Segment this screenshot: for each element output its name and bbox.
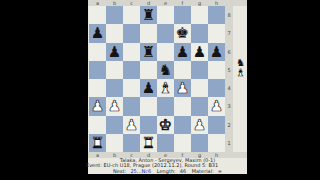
- game-info-footer: Talaka, Anton - Sergeyev, Maxim (0-1) Ev…: [88, 158, 247, 174]
- square-h1[interactable]: [208, 134, 225, 152]
- material-tray: ♞ ♝: [234, 58, 247, 78]
- white-p-piece: ♟: [174, 79, 191, 97]
- square-f7[interactable]: ♚: [174, 24, 191, 42]
- chess-board[interactable]: ♜♟♚♟♜♟♟♟♞♟♝♟♟♟♟♟♚♟♜♜: [89, 6, 225, 152]
- black-r-piece: ♜: [140, 43, 157, 61]
- square-d3[interactable]: [140, 97, 157, 115]
- rank-label-2: 2: [225, 116, 233, 134]
- square-c6[interactable]: [123, 43, 140, 61]
- square-f4[interactable]: ♟: [174, 79, 191, 97]
- square-d6[interactable]: ♜: [140, 43, 157, 61]
- white-bishop-icon: ♝: [234, 68, 247, 78]
- white-r-piece: ♜: [89, 134, 106, 152]
- square-g7[interactable]: [191, 24, 208, 42]
- square-c2[interactable]: ♟: [123, 116, 140, 134]
- next-label: Next:: [113, 169, 126, 174]
- square-g3[interactable]: [191, 97, 208, 115]
- square-b5[interactable]: [106, 61, 123, 79]
- rank-label-7: 7: [225, 24, 233, 42]
- square-e5[interactable]: ♞: [157, 61, 174, 79]
- square-b7[interactable]: [106, 24, 123, 42]
- white-k-piece: ♚: [157, 116, 174, 134]
- square-h2[interactable]: [208, 116, 225, 134]
- square-c1[interactable]: [123, 134, 140, 152]
- square-h3[interactable]: ♟: [208, 97, 225, 115]
- white-p-piece: ♟: [123, 116, 140, 134]
- rank-label-5: 5: [225, 61, 233, 79]
- square-d5[interactable]: [140, 61, 157, 79]
- square-f8[interactable]: [174, 6, 191, 24]
- rank-label-4: 4: [225, 79, 233, 97]
- square-e1[interactable]: [157, 134, 174, 152]
- square-c3[interactable]: [123, 97, 140, 115]
- square-h7[interactable]: [208, 24, 225, 42]
- square-a2[interactable]: [89, 116, 106, 134]
- square-d2[interactable]: [140, 116, 157, 134]
- square-e7[interactable]: [157, 24, 174, 42]
- square-a7[interactable]: ♟: [89, 24, 106, 42]
- square-e2[interactable]: ♚: [157, 116, 174, 134]
- square-h6[interactable]: ♟: [208, 43, 225, 61]
- rank-labels-right: 87654321: [225, 6, 233, 152]
- square-c8[interactable]: [123, 6, 140, 24]
- video-frame: abcdefgh ♜♟♚♟♜♟♟♟♞♟♝♟♟♟♟♟♚♟♜♜ 87654321 a…: [0, 0, 320, 180]
- chess-app-window: abcdefgh ♜♟♚♟♜♟♟♟♞♟♝♟♟♟♟♟♚♟♜♜ 87654321 a…: [88, 0, 247, 180]
- square-b4[interactable]: [106, 79, 123, 97]
- rank-label-1: 1: [225, 134, 233, 152]
- square-f2[interactable]: [174, 116, 191, 134]
- next-move: 25...Nc6: [130, 169, 151, 174]
- square-e8[interactable]: [157, 6, 174, 24]
- square-c7[interactable]: [123, 24, 140, 42]
- square-g5[interactable]: [191, 61, 208, 79]
- black-p-piece: ♟: [191, 43, 208, 61]
- black-p-piece: ♟: [140, 79, 157, 97]
- length-value: 46: [180, 169, 186, 174]
- square-d1[interactable]: ♜: [140, 134, 157, 152]
- square-b3[interactable]: ♟: [106, 97, 123, 115]
- white-p-piece: ♟: [106, 97, 123, 115]
- rank-label-3: 3: [225, 97, 233, 115]
- black-n-piece: ♞: [157, 61, 174, 79]
- square-h8[interactable]: [208, 6, 225, 24]
- material-value: =: [218, 169, 222, 174]
- white-r-piece: ♜: [140, 134, 157, 152]
- square-f3[interactable]: [174, 97, 191, 115]
- square-a1[interactable]: ♜: [89, 134, 106, 152]
- square-b8[interactable]: [106, 6, 123, 24]
- square-a6[interactable]: [89, 43, 106, 61]
- black-p-piece: ♟: [89, 24, 106, 42]
- square-g6[interactable]: ♟: [191, 43, 208, 61]
- square-d8[interactable]: ♜: [140, 6, 157, 24]
- square-f5[interactable]: [174, 61, 191, 79]
- black-p-piece: ♟: [106, 43, 123, 61]
- material-label: Material:: [192, 169, 214, 174]
- square-a8[interactable]: [89, 6, 106, 24]
- square-b2[interactable]: [106, 116, 123, 134]
- square-d4[interactable]: ♟: [140, 79, 157, 97]
- rank-label-8: 8: [225, 6, 233, 24]
- square-g4[interactable]: [191, 79, 208, 97]
- white-p-piece: ♟: [89, 97, 106, 115]
- black-p-piece: ♟: [174, 43, 191, 61]
- square-a3[interactable]: ♟: [89, 97, 106, 115]
- white-p-piece: ♟: [191, 116, 208, 134]
- square-c4[interactable]: [123, 79, 140, 97]
- square-g1[interactable]: [191, 134, 208, 152]
- square-d7[interactable]: [140, 24, 157, 42]
- square-e6[interactable]: [157, 43, 174, 61]
- black-r-piece: ♜: [140, 6, 157, 24]
- rank-label-6: 6: [225, 43, 233, 61]
- square-a4[interactable]: [89, 79, 106, 97]
- black-p-piece: ♟: [208, 43, 225, 61]
- white-p-piece: ♟: [208, 97, 225, 115]
- square-h5[interactable]: [208, 61, 225, 79]
- square-e4[interactable]: ♝: [157, 79, 174, 97]
- bottom-letterbox: [88, 174, 247, 180]
- square-b6[interactable]: ♟: [106, 43, 123, 61]
- length-label: Length:: [157, 169, 176, 174]
- square-c5[interactable]: [123, 61, 140, 79]
- square-g2[interactable]: ♟: [191, 116, 208, 134]
- square-f6[interactable]: ♟: [174, 43, 191, 61]
- square-g8[interactable]: [191, 6, 208, 24]
- square-e3[interactable]: [157, 97, 174, 115]
- square-a5[interactable]: [89, 61, 106, 79]
- square-f1[interactable]: [174, 134, 191, 152]
- square-h4[interactable]: [208, 79, 225, 97]
- white-b-piece: ♝: [157, 79, 174, 97]
- black-k-piece: ♚: [174, 24, 191, 42]
- square-b1[interactable]: [106, 134, 123, 152]
